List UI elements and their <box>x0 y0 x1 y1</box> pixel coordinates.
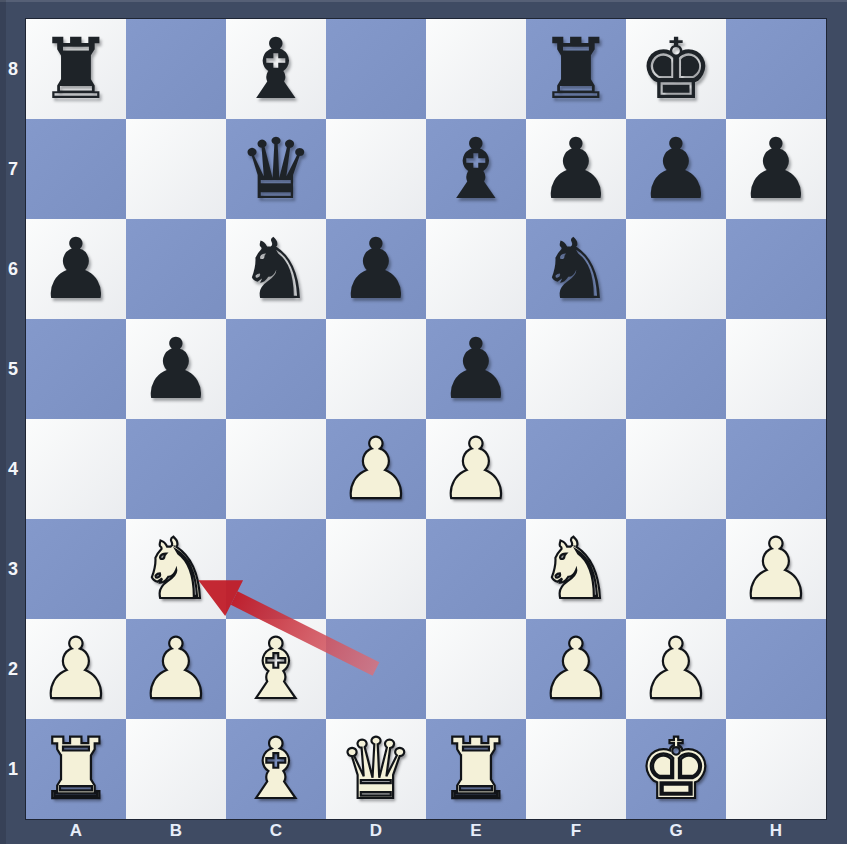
piece-black-pawn-d6[interactable]: ♟︎ <box>326 219 426 319</box>
square-h5[interactable] <box>726 319 826 419</box>
square-a5[interactable] <box>26 319 126 419</box>
piece-black-queen-c7[interactable]: ♛︎ <box>226 119 326 219</box>
file-label-h: H <box>726 819 826 844</box>
square-h2[interactable] <box>726 619 826 719</box>
piece-white-rook-e1[interactable]: ♜︎ <box>426 719 526 819</box>
square-g8[interactable]: ♚︎ <box>626 19 726 119</box>
square-b2[interactable]: ♟︎ <box>126 619 226 719</box>
piece-black-bishop-c8[interactable]: ♝︎ <box>226 19 326 119</box>
square-c1[interactable]: ♝︎ <box>226 719 326 819</box>
square-a4[interactable] <box>26 419 126 519</box>
square-b5[interactable]: ♟︎ <box>126 319 226 419</box>
rank-label-3: 3 <box>0 519 26 619</box>
rank-label-2: 2 <box>0 619 26 719</box>
rank-label-5: 5 <box>0 319 26 419</box>
piece-black-knight-c6[interactable]: ♞︎ <box>226 219 326 319</box>
square-c8[interactable]: ♝︎ <box>226 19 326 119</box>
square-b3[interactable]: ♞︎ <box>126 519 226 619</box>
square-d5[interactable] <box>326 319 426 419</box>
piece-black-rook-f8[interactable]: ♜︎ <box>526 19 626 119</box>
rank-label-1: 1 <box>0 719 26 819</box>
file-label-c: C <box>226 819 326 844</box>
square-f4[interactable] <box>526 419 626 519</box>
piece-black-pawn-a6[interactable]: ♟︎ <box>26 219 126 319</box>
square-e7[interactable]: ♝︎ <box>426 119 526 219</box>
chess-diagram: 87654321 ♜︎♝︎♜︎♚︎♛︎♝︎♟︎♟︎♟︎♟︎♞︎♟︎♞︎♟︎♟︎♟… <box>0 0 847 844</box>
square-h6[interactable] <box>726 219 826 319</box>
square-a2[interactable]: ♟︎ <box>26 619 126 719</box>
square-f6[interactable]: ♞︎ <box>526 219 626 319</box>
piece-white-pawn-a2[interactable]: ♟︎ <box>26 619 126 719</box>
piece-white-knight-f3[interactable]: ♞︎ <box>526 519 626 619</box>
square-h4[interactable] <box>726 419 826 519</box>
chess-board[interactable]: ♜︎♝︎♜︎♚︎♛︎♝︎♟︎♟︎♟︎♟︎♞︎♟︎♞︎♟︎♟︎♟︎♟︎♞︎♞︎♟︎… <box>26 19 826 819</box>
rank-label-8: 8 <box>0 19 26 119</box>
square-b7[interactable] <box>126 119 226 219</box>
file-label-e: E <box>426 819 526 844</box>
file-label-a: A <box>26 819 126 844</box>
square-h8[interactable] <box>726 19 826 119</box>
piece-white-pawn-f2[interactable]: ♟︎ <box>526 619 626 719</box>
square-f3[interactable]: ♞︎ <box>526 519 626 619</box>
square-d3[interactable] <box>326 519 426 619</box>
square-e8[interactable] <box>426 19 526 119</box>
square-g7[interactable]: ♟︎ <box>626 119 726 219</box>
square-d8[interactable] <box>326 19 426 119</box>
piece-white-pawn-d4[interactable]: ♟︎ <box>326 419 426 519</box>
file-label-g: G <box>626 819 726 844</box>
square-f7[interactable]: ♟︎ <box>526 119 626 219</box>
square-d7[interactable] <box>326 119 426 219</box>
square-h7[interactable]: ♟︎ <box>726 119 826 219</box>
file-labels: ABCDEFGH <box>26 819 826 844</box>
piece-white-pawn-h3[interactable]: ♟︎ <box>726 519 826 619</box>
piece-black-knight-f6[interactable]: ♞︎ <box>526 219 626 319</box>
piece-white-rook-a1[interactable]: ♜︎ <box>26 719 126 819</box>
square-g4[interactable] <box>626 419 726 519</box>
square-b4[interactable] <box>126 419 226 519</box>
square-e4[interactable]: ♟︎ <box>426 419 526 519</box>
rank-label-6: 6 <box>0 219 26 319</box>
square-c4[interactable] <box>226 419 326 519</box>
file-label-d: D <box>326 819 426 844</box>
piece-black-king-g8[interactable]: ♚︎ <box>626 19 726 119</box>
square-c6[interactable]: ♞︎ <box>226 219 326 319</box>
file-label-f: F <box>526 819 626 844</box>
square-g2[interactable]: ♟︎ <box>626 619 726 719</box>
square-a6[interactable]: ♟︎ <box>26 219 126 319</box>
square-g5[interactable] <box>626 319 726 419</box>
piece-black-pawn-e5[interactable]: ♟︎ <box>426 319 526 419</box>
square-h3[interactable]: ♟︎ <box>726 519 826 619</box>
piece-white-pawn-b2[interactable]: ♟︎ <box>126 619 226 719</box>
square-g6[interactable] <box>626 219 726 319</box>
square-b1[interactable] <box>126 719 226 819</box>
file-label-b: B <box>126 819 226 844</box>
square-e5[interactable]: ♟︎ <box>426 319 526 419</box>
square-b6[interactable] <box>126 219 226 319</box>
rank-label-7: 7 <box>0 119 26 219</box>
piece-white-queen-d1[interactable]: ♛︎ <box>326 719 426 819</box>
square-e6[interactable] <box>426 219 526 319</box>
piece-black-pawn-h7[interactable]: ♟︎ <box>726 119 826 219</box>
square-c5[interactable] <box>226 319 326 419</box>
piece-black-pawn-b5[interactable]: ♟︎ <box>126 319 226 419</box>
rank-label-4: 4 <box>0 419 26 519</box>
square-e2[interactable] <box>426 619 526 719</box>
square-g1[interactable]: ♚︎ <box>626 719 726 819</box>
piece-white-bishop-c2[interactable]: ♝︎ <box>226 619 326 719</box>
piece-white-pawn-e4[interactable]: ♟︎ <box>426 419 526 519</box>
square-a3[interactable] <box>26 519 126 619</box>
square-c3[interactable] <box>226 519 326 619</box>
piece-black-pawn-f7[interactable]: ♟︎ <box>526 119 626 219</box>
square-f2[interactable]: ♟︎ <box>526 619 626 719</box>
rank-labels: 87654321 <box>0 19 26 819</box>
square-g3[interactable] <box>626 519 726 619</box>
square-a1[interactable]: ♜︎ <box>26 719 126 819</box>
piece-white-king-g1[interactable]: ♚︎ <box>626 719 726 819</box>
piece-white-knight-b3[interactable]: ♞︎ <box>126 519 226 619</box>
square-a7[interactable] <box>26 119 126 219</box>
square-c7[interactable]: ♛︎ <box>226 119 326 219</box>
piece-white-bishop-c1[interactable]: ♝︎ <box>226 719 326 819</box>
piece-black-rook-a8[interactable]: ♜︎ <box>26 19 126 119</box>
square-c2[interactable]: ♝︎ <box>226 619 326 719</box>
piece-black-pawn-g7[interactable]: ♟︎ <box>626 119 726 219</box>
square-a8[interactable]: ♜︎ <box>26 19 126 119</box>
square-e3[interactable] <box>426 519 526 619</box>
square-d1[interactable]: ♛︎ <box>326 719 426 819</box>
square-e1[interactable]: ♜︎ <box>426 719 526 819</box>
square-d2[interactable] <box>326 619 426 719</box>
square-d6[interactable]: ♟︎ <box>326 219 426 319</box>
square-f5[interactable] <box>526 319 626 419</box>
piece-white-pawn-g2[interactable]: ♟︎ <box>626 619 726 719</box>
piece-black-bishop-e7[interactable]: ♝︎ <box>426 119 526 219</box>
square-f8[interactable]: ♜︎ <box>526 19 626 119</box>
square-f1[interactable] <box>526 719 626 819</box>
square-h1[interactable] <box>726 719 826 819</box>
square-b8[interactable] <box>126 19 226 119</box>
square-d4[interactable]: ♟︎ <box>326 419 426 519</box>
